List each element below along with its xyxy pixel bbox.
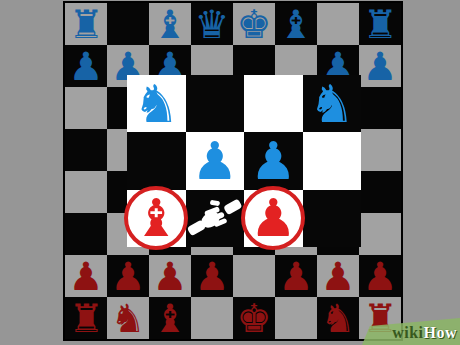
piece-red-rook: ♜ <box>69 299 104 338</box>
watermark-text-how: How <box>424 324 458 342</box>
square-g2[interactable]: ♟ <box>317 255 359 297</box>
square-g1[interactable]: ♞ <box>317 297 359 339</box>
inset-square-d5[interactable]: ♟ <box>186 132 245 189</box>
square-g8[interactable] <box>317 3 359 45</box>
square-a4[interactable] <box>65 171 107 213</box>
inset-square-c6[interactable]: ♞ <box>127 75 186 132</box>
watermark-text-wiki: wiki <box>392 324 423 342</box>
square-a2[interactable]: ♟ <box>65 255 107 297</box>
inset-square-e5[interactable]: ♟ <box>244 132 303 189</box>
square-h6[interactable] <box>359 87 401 129</box>
piece-red-pawn: ♟ <box>250 192 297 244</box>
square-b8[interactable] <box>107 3 149 45</box>
piece-red-knight: ♞ <box>321 299 356 338</box>
square-c8[interactable]: ♝ <box>149 3 191 45</box>
board-center-inset: ♞♞♟♟♝ ♟ <box>127 75 361 247</box>
square-b2[interactable]: ♟ <box>107 255 149 297</box>
square-e1[interactable]: ♚ <box>233 297 275 339</box>
square-e8[interactable]: ♚ <box>233 3 275 45</box>
square-f1[interactable] <box>275 297 317 339</box>
piece-red-knight: ♞ <box>111 299 146 338</box>
piece-red-bishop: ♝ <box>153 299 188 338</box>
handshake-icon <box>187 190 243 246</box>
inset-square-c5[interactable] <box>127 132 186 189</box>
square-h5[interactable] <box>359 129 401 171</box>
piece-blue-knight: ♞ <box>308 78 355 130</box>
inset-square-c4[interactable]: ♝ <box>127 190 186 247</box>
chess-draw-illustration: ♜♝♛♚♝♜♟♟♟♟♟♟♟♟♟♟♟♟♜♞♝♚♞♜ ♞♞♟♟♝ ♟ wikiHow <box>0 0 460 345</box>
inset-square-d6[interactable] <box>186 75 245 132</box>
piece-red-king: ♚ <box>237 299 272 338</box>
piece-blue-knight: ♞ <box>133 78 180 130</box>
piece-blue-rook: ♜ <box>69 5 104 44</box>
square-d1[interactable] <box>191 297 233 339</box>
square-f2[interactable]: ♟ <box>275 255 317 297</box>
piece-blue-pawn: ♟ <box>191 135 238 187</box>
square-a3[interactable] <box>65 213 107 255</box>
inset-square-d4[interactable] <box>186 190 245 247</box>
inset-square-e6[interactable] <box>244 75 303 132</box>
square-a7[interactable]: ♟ <box>65 45 107 87</box>
square-e2[interactable] <box>233 255 275 297</box>
square-h4[interactable] <box>359 171 401 213</box>
piece-red-pawn: ♟ <box>321 257 356 296</box>
piece-blue-bishop: ♝ <box>153 5 188 44</box>
square-b1[interactable]: ♞ <box>107 297 149 339</box>
square-a6[interactable] <box>65 87 107 129</box>
square-c2[interactable]: ♟ <box>149 255 191 297</box>
square-c1[interactable]: ♝ <box>149 297 191 339</box>
piece-red-pawn: ♟ <box>153 257 188 296</box>
inset-square-f6[interactable]: ♞ <box>303 75 362 132</box>
piece-red-pawn: ♟ <box>69 257 104 296</box>
inset-square-e4[interactable]: ♟ <box>244 190 303 247</box>
piece-blue-rook: ♜ <box>363 5 398 44</box>
square-h7[interactable]: ♟ <box>359 45 401 87</box>
piece-blue-queen: ♛ <box>195 5 230 44</box>
square-a1[interactable]: ♜ <box>65 297 107 339</box>
piece-red-pawn: ♟ <box>279 257 314 296</box>
square-d8[interactable]: ♛ <box>191 3 233 45</box>
square-a8[interactable]: ♜ <box>65 3 107 45</box>
piece-blue-king: ♚ <box>237 5 272 44</box>
piece-red-pawn: ♟ <box>111 257 146 296</box>
piece-red-bishop: ♝ <box>133 192 180 244</box>
inset-square-f5[interactable] <box>303 132 362 189</box>
inset-square-f4[interactable] <box>303 190 362 247</box>
piece-blue-bishop: ♝ <box>279 5 314 44</box>
square-h3[interactable] <box>359 213 401 255</box>
piece-blue-pawn: ♟ <box>363 47 398 86</box>
piece-red-pawn: ♟ <box>363 257 398 296</box>
square-h8[interactable]: ♜ <box>359 3 401 45</box>
square-a5[interactable] <box>65 129 107 171</box>
piece-red-pawn: ♟ <box>195 257 230 296</box>
square-d2[interactable]: ♟ <box>191 255 233 297</box>
square-f8[interactable]: ♝ <box>275 3 317 45</box>
piece-blue-pawn: ♟ <box>69 47 104 86</box>
piece-blue-pawn: ♟ <box>250 135 297 187</box>
square-h2[interactable]: ♟ <box>359 255 401 297</box>
